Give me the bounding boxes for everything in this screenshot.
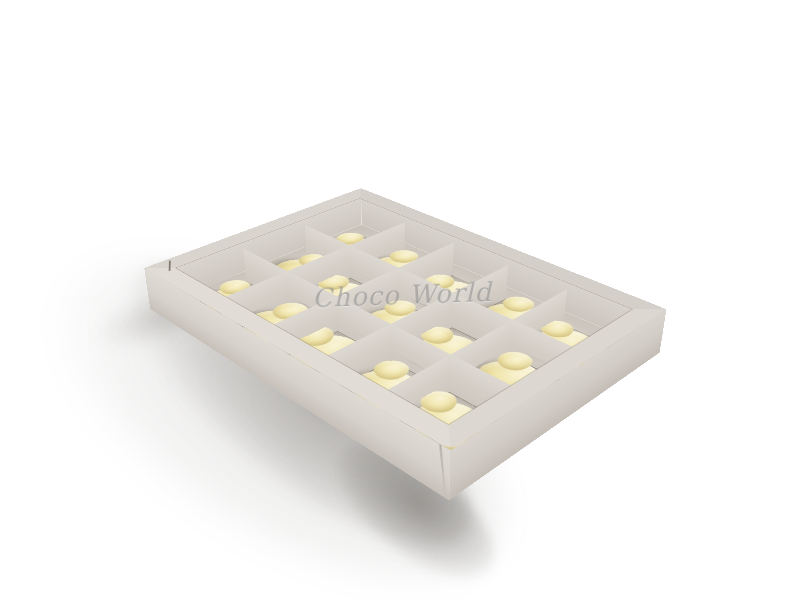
chocolate-box-tray [150, 224, 660, 500]
product-photo: Choco World [0, 0, 800, 600]
watermark-text: Choco World [312, 277, 493, 313]
